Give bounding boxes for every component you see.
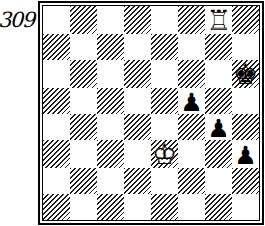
square-b3	[70, 140, 97, 168]
square-b5	[70, 88, 97, 114]
black-pawn-glyph: ♟	[180, 90, 202, 115]
white-king-glyph: ♔	[152, 141, 177, 169]
square-c5	[97, 88, 124, 114]
square-d7	[124, 34, 151, 60]
black-pawn-glyph: ♟	[234, 143, 256, 168]
square-a5	[43, 88, 70, 114]
white-rook: ♜♖	[205, 6, 232, 34]
square-b4	[70, 114, 97, 140]
square-e7	[151, 34, 178, 60]
white-king: ♚♔	[151, 140, 178, 168]
square-a1	[43, 194, 70, 220]
square-a3	[43, 140, 70, 168]
square-f2	[178, 168, 205, 194]
square-e2	[151, 168, 178, 194]
square-a4	[43, 114, 70, 140]
square-c8	[97, 6, 124, 34]
square-f4	[178, 114, 205, 140]
square-b2	[70, 168, 97, 194]
square-h5	[232, 88, 259, 114]
square-b8	[70, 6, 97, 34]
square-e3: ♚♔	[151, 140, 178, 168]
chess-board-frame: ♜♖♚♟♟♚♔♟	[38, 1, 264, 225]
square-f1	[178, 194, 205, 220]
square-h3: ♟	[232, 140, 259, 168]
black-pawn-glyph: ♟	[207, 116, 229, 141]
square-d6	[124, 60, 151, 88]
square-c3	[97, 140, 124, 168]
square-h7	[232, 34, 259, 60]
black-pawn: ♟	[205, 114, 232, 140]
square-f7	[178, 34, 205, 60]
square-h4	[232, 114, 259, 140]
square-g3	[205, 140, 232, 168]
square-d2	[124, 168, 151, 194]
square-a7	[43, 34, 70, 60]
square-g1	[205, 194, 232, 220]
black-pawn: ♟	[232, 140, 259, 168]
black-pawn: ♟	[178, 88, 205, 114]
square-g6	[205, 60, 232, 88]
square-g8: ♜♖	[205, 6, 232, 34]
square-f8	[178, 6, 205, 34]
square-a8	[43, 6, 70, 34]
black-king: ♚	[232, 60, 259, 88]
square-e1	[151, 194, 178, 220]
square-b6	[70, 60, 97, 88]
square-d4	[124, 114, 151, 140]
diagram-number: 309	[0, 8, 34, 32]
square-b7	[70, 34, 97, 60]
square-e4	[151, 114, 178, 140]
square-d5	[124, 88, 151, 114]
black-king-glyph: ♚	[233, 61, 258, 89]
square-f6	[178, 60, 205, 88]
square-h8	[232, 6, 259, 34]
square-h1	[232, 194, 259, 220]
square-c4	[97, 114, 124, 140]
square-b1	[70, 194, 97, 220]
square-g5	[205, 88, 232, 114]
square-e6	[151, 60, 178, 88]
square-e5	[151, 88, 178, 114]
square-c7	[97, 34, 124, 60]
square-e8	[151, 6, 178, 34]
square-f5: ♟	[178, 88, 205, 114]
square-g4: ♟	[205, 114, 232, 140]
white-rook-glyph: ♖	[206, 7, 231, 35]
square-c2	[97, 168, 124, 194]
square-c6	[97, 60, 124, 88]
square-g2	[205, 168, 232, 194]
square-a2	[43, 168, 70, 194]
diagram-page: 309 ♜♖♚♟♟♚♔♟	[0, 0, 265, 226]
chess-board: ♜♖♚♟♟♚♔♟	[42, 5, 260, 221]
square-g7	[205, 34, 232, 60]
square-h2	[232, 168, 259, 194]
square-a6	[43, 60, 70, 88]
square-d1	[124, 194, 151, 220]
square-d3	[124, 140, 151, 168]
square-h6: ♚	[232, 60, 259, 88]
square-f3	[178, 140, 205, 168]
square-c1	[97, 194, 124, 220]
square-d8	[124, 6, 151, 34]
